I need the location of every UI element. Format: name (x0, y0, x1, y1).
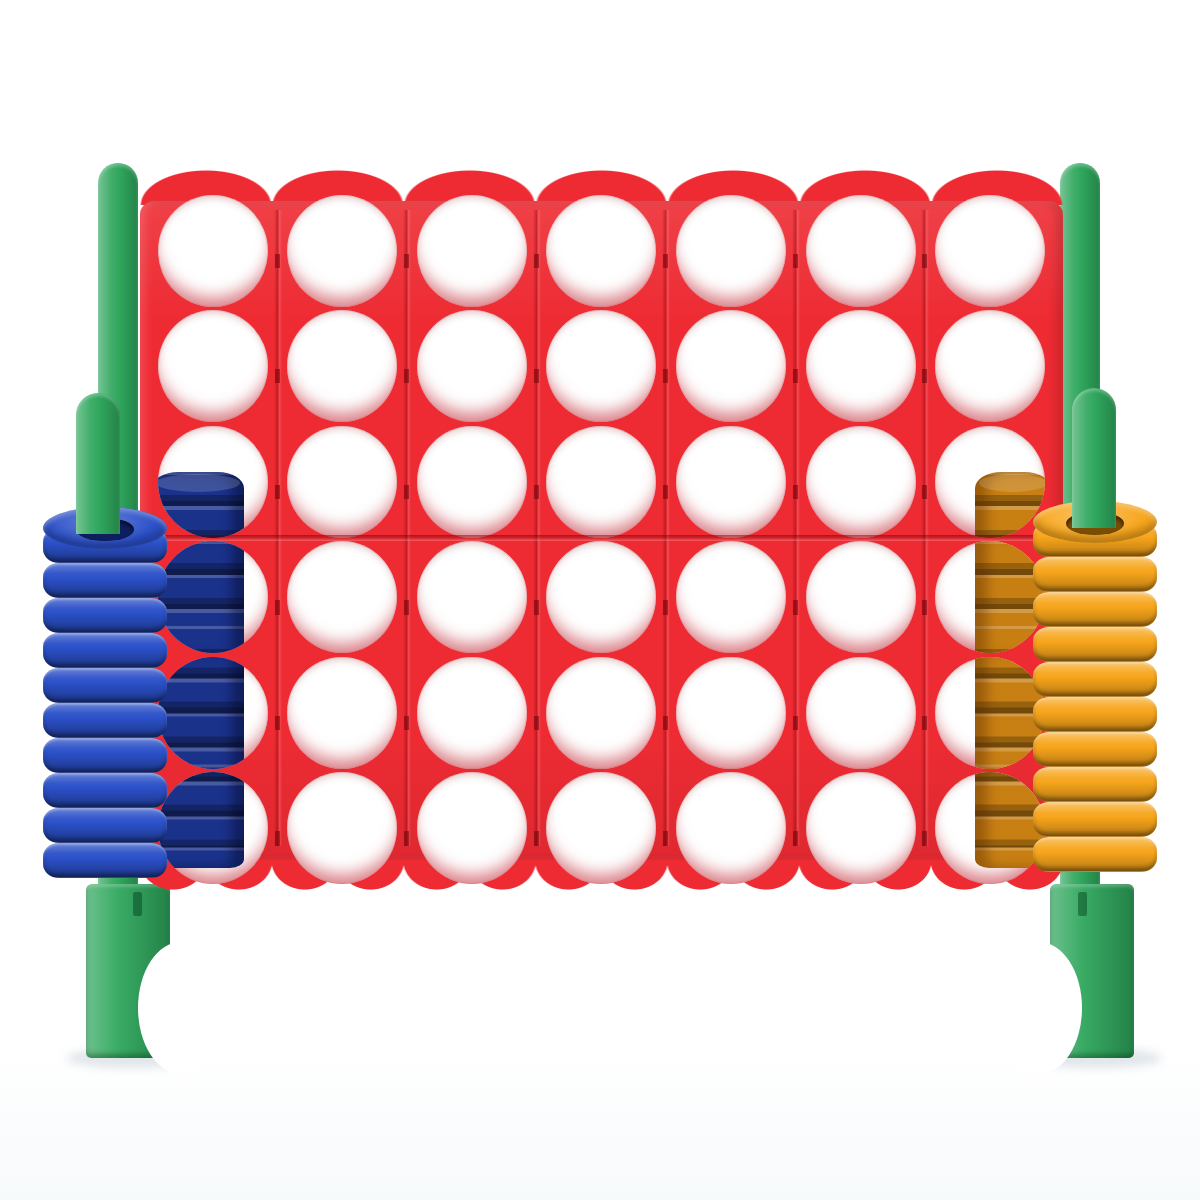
board-hole-r4c3-empty (417, 541, 527, 653)
board-cell-r1c7 (925, 193, 1055, 309)
blue-disc (43, 633, 167, 669)
blue-disc-stack-behind-board (158, 472, 244, 538)
board-cell-r6c1 (148, 771, 278, 887)
board-cell-r1c6 (796, 193, 926, 309)
leg-notch (1078, 892, 1087, 916)
board-hole-r5c2-empty (287, 657, 397, 769)
board-cell-r5c2 (278, 655, 408, 771)
yellow-disc (1033, 592, 1157, 628)
board-hole-r3c7-empty (935, 426, 1045, 538)
board-hole-r5c7-empty (935, 657, 1045, 769)
blue-disc (43, 738, 167, 774)
board-hole-r4c2-empty (287, 541, 397, 653)
board-cell-r3c3 (407, 424, 537, 540)
board-hole-r3c4-empty (546, 426, 656, 538)
board-rib (403, 210, 411, 846)
blue-disc (43, 703, 167, 739)
board-cell-r4c6 (796, 540, 926, 656)
blue-disc (43, 598, 167, 634)
board-cell-r3c2 (278, 424, 408, 540)
board-cell-r4c2 (278, 540, 408, 656)
board-cell-r2c5 (666, 309, 796, 425)
board-cell-r1c1 (148, 193, 278, 309)
board-hole-r6c1-empty (158, 772, 268, 884)
board-hole-r5c1-empty (158, 657, 268, 769)
board-cell-r2c4 (537, 309, 667, 425)
board-cell-r3c5 (666, 424, 796, 540)
board-cell-r3c6 (796, 424, 926, 540)
blue-disc-stack (43, 528, 167, 878)
board-hole-r3c2-empty (287, 426, 397, 538)
blue-disc (43, 773, 167, 809)
board-cell-r5c3 (407, 655, 537, 771)
blue-disc (43, 668, 167, 704)
board-cell-r5c6 (796, 655, 926, 771)
board-cell-r1c4 (537, 193, 667, 309)
board-cell-r2c7 (925, 309, 1055, 425)
board-hole-r4c1-empty (158, 541, 268, 653)
board-cell-r2c3 (407, 309, 537, 425)
board-hole-r2c3-empty (417, 310, 527, 422)
board-hole-r5c5-empty (676, 657, 786, 769)
board-cell-r6c3 (407, 771, 537, 887)
board-hole-r1c6-empty (806, 195, 916, 307)
board-rib (533, 210, 541, 846)
board-cell-r6c2 (278, 771, 408, 887)
blue-disc (43, 563, 167, 599)
frame-leg-right (1050, 884, 1134, 1058)
board-cell-r5c4 (537, 655, 667, 771)
disc-storage-post-right (1072, 388, 1116, 528)
board-middle-seam (143, 535, 1060, 541)
yellow-disc (1033, 627, 1157, 663)
board-cell-r4c3 (407, 540, 537, 656)
board-cell-r2c2 (278, 309, 408, 425)
board-cell-r2c6 (796, 309, 926, 425)
board-hole-r2c5-empty (676, 310, 786, 422)
board-hole-r3c1-empty (158, 426, 268, 538)
board-cell-r5c1 (148, 655, 278, 771)
board-cell-r1c5 (666, 193, 796, 309)
blue-disc (43, 843, 167, 879)
board-hole-r3c3-empty (417, 426, 527, 538)
blue-disc-stack-behind-board (158, 541, 244, 653)
board-hole-r3c5-empty (676, 426, 786, 538)
yellow-disc (1033, 697, 1157, 733)
board-hole-r2c4-empty (546, 310, 656, 422)
board-hole-r3c6-empty (806, 426, 916, 538)
board-hole-r6c4-empty (546, 772, 656, 884)
board-cell-r6c4 (537, 771, 667, 887)
board-hole-r1c4-empty (546, 195, 656, 307)
board-hole-r6c6-empty (806, 772, 916, 884)
board-hole-r2c1-empty (158, 310, 268, 422)
board-hole-r1c2-empty (287, 195, 397, 307)
board-cell-r1c3 (407, 193, 537, 309)
blue-disc-stack-behind-board (158, 657, 244, 769)
board-hole-r1c3-empty (417, 195, 527, 307)
board-hole-r2c7-empty (935, 310, 1045, 422)
yellow-disc (1033, 802, 1157, 838)
board-hole-r5c6-empty (806, 657, 916, 769)
board-hole-r5c4-empty (546, 657, 656, 769)
board-hole-r6c7-empty (935, 772, 1045, 884)
frame-leg-left (86, 884, 170, 1058)
board-hole-r1c7-empty (935, 195, 1045, 307)
board-hole-r4c7-empty (935, 541, 1045, 653)
board-cell-r3c4 (537, 424, 667, 540)
board-rib (274, 210, 282, 846)
board-cell-r1c2 (278, 193, 408, 309)
board-cell-r6c6 (796, 771, 926, 887)
yellow-disc (1033, 732, 1157, 768)
board-cell-r4c4 (537, 540, 667, 656)
yellow-disc (1033, 767, 1157, 803)
board-hole-r5c3-empty (417, 657, 527, 769)
board-hole-r6c2-empty (287, 772, 397, 884)
board-hole-r2c2-empty (287, 310, 397, 422)
board-hole-r2c6-empty (806, 310, 916, 422)
board-rib (662, 210, 670, 846)
yellow-disc-stack (1033, 522, 1157, 872)
board-hole-r4c5-empty (676, 541, 786, 653)
board-cell-r6c5 (666, 771, 796, 887)
board-hole-r1c1-empty (158, 195, 268, 307)
yellow-disc (1033, 662, 1157, 698)
yellow-disc (1033, 557, 1157, 593)
board-hole-r4c4-empty (546, 541, 656, 653)
board-hole-r4c6-empty (806, 541, 916, 653)
board-cell-r5c5 (666, 655, 796, 771)
board-hole-r6c3-empty (417, 772, 527, 884)
board-hole-r6c5-empty (676, 772, 786, 884)
board-hole-r1c5-empty (676, 195, 786, 307)
board-cell-r4c5 (666, 540, 796, 656)
blue-disc (43, 808, 167, 844)
board-cell-r3c1 (148, 424, 278, 540)
disc-storage-post-left (76, 393, 120, 534)
board-cell-r4c1 (148, 540, 278, 656)
board-cell-r2c1 (148, 309, 278, 425)
board-rib (792, 210, 800, 846)
leg-notch (133, 892, 142, 916)
blue-disc-stack-behind-board (158, 772, 244, 868)
connect-four-board (140, 170, 1063, 890)
product-photo-giant-connect-four (0, 0, 1200, 1200)
yellow-disc (1033, 837, 1157, 873)
board-rib (921, 210, 929, 846)
